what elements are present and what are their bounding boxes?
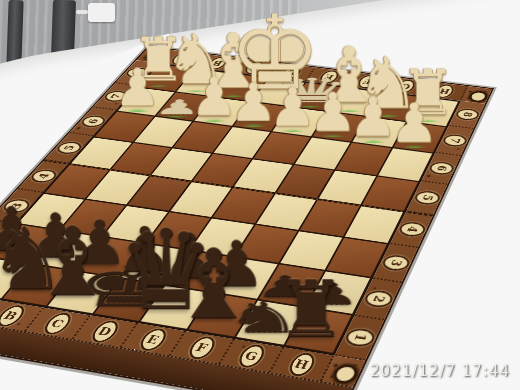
file-label: H [292, 357, 311, 372]
coordinate-medallion: B [0, 303, 29, 327]
coordinate-medallion: F [355, 74, 379, 89]
coordinate-medallion: 8 [454, 107, 481, 120]
coordinate-medallion: E [136, 327, 171, 352]
file-label: B [1, 309, 21, 322]
file-label: F [361, 77, 372, 85]
rank-label: 4 [404, 225, 420, 233]
coordinate-medallion: C [242, 60, 267, 74]
file-label: G [242, 348, 260, 362]
file-label: E [323, 73, 335, 81]
file-label: D [95, 324, 114, 338]
file-label: C [248, 64, 261, 72]
file-label: E [144, 332, 162, 346]
rank-label: 7 [108, 93, 123, 99]
camera-timestamp: 2021/12/7 17:44 [370, 362, 510, 380]
rank-label: 6 [85, 118, 101, 124]
coordinate-medallion: G [234, 343, 268, 369]
coordinate-medallion: G [394, 79, 418, 94]
coordinate-medallion: A [168, 51, 194, 65]
rank-label: 5 [419, 194, 435, 201]
rank-label: 1 [351, 332, 369, 342]
coordinate-medallion: D [279, 65, 304, 79]
square-b1: ♞ [2, 264, 73, 305]
scene: ABCDEFGH 87654321 ♜♞♝♚♛♝♞♜♟♟♟♟♟♟♟♟♟♟♟♟♟♟… [0, 0, 520, 390]
coordinate-medallion: 5 [412, 189, 442, 205]
rank-label: 4 [35, 172, 52, 179]
file-label: A [175, 55, 188, 63]
rank-label: 3 [387, 258, 404, 266]
file-label: B [211, 59, 225, 67]
file-label: G [399, 82, 412, 90]
rank-label: 8 [460, 111, 474, 117]
file-label: H [438, 87, 451, 95]
rank-label: 7 [447, 137, 462, 143]
square-g2: ♟ [259, 264, 323, 305]
coordinate-medallion: C [40, 311, 76, 335]
coordinate-medallion: 1 [342, 327, 377, 348]
coordinate-medallion: E [317, 69, 341, 83]
file-label: C [48, 317, 67, 330]
rank-label: 3 [8, 202, 26, 209]
coordinate-medallion: 3 [380, 253, 412, 271]
coordinate-medallion: 6 [427, 160, 456, 175]
rank-label: 2 [370, 294, 388, 303]
coordinate-medallion: H [285, 351, 318, 377]
coordinate-medallion: 2 [362, 289, 396, 309]
coordinate-medallion: 4 [396, 220, 427, 237]
file-label: F [194, 340, 211, 354]
coordinate-medallion: 7 [441, 133, 469, 147]
coordinate-medallion: D [87, 319, 122, 344]
rank-label: 6 [434, 164, 449, 171]
rank-label: 8 [130, 70, 145, 76]
green-felt-base [298, 105, 322, 108]
square-f3 [235, 225, 297, 263]
file-label: D [285, 68, 298, 76]
rank-label: 5 [61, 144, 77, 151]
chess-board: ABCDEFGH 87654321 ♜♞♝♚♛♝♞♜♟♟♟♟♟♟♟♟♟♟♟♟♟♟… [0, 46, 494, 390]
coordinate-medallion: H [433, 83, 456, 98]
square-a1: ♜ [0, 257, 29, 298]
coordinate-medallion: F [185, 335, 219, 360]
coordinate-medallion: B [205, 56, 230, 70]
